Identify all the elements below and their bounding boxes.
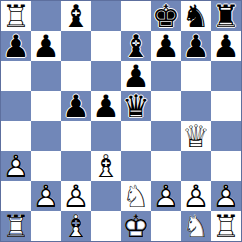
square-e7[interactable]: ♝ [121,31,151,61]
black-pawn-glyph: ♟ [1,31,31,61]
square-h5[interactable] [211,91,241,121]
square-d5[interactable]: ♟ [91,91,121,121]
white-rook[interactable]: ♜♖ [1,1,31,31]
square-f2[interactable]: ♟♙ [151,181,181,211]
black-pawn[interactable]: ♟ [121,61,151,91]
black-king-glyph: ♚ [151,1,181,31]
white-rook[interactable]: ♜♖ [1,211,31,241]
black-bishop-glyph: ♝ [121,31,151,61]
square-h7[interactable]: ♟ [211,31,241,61]
square-g1[interactable]: ♞♘ [181,211,211,241]
black-pawn[interactable]: ♟ [1,31,31,61]
white-knight-outline-glyph: ♘ [121,181,151,211]
square-f7[interactable]: ♟ [151,31,181,61]
square-g3[interactable] [181,151,211,181]
square-e2[interactable]: ♞♘ [121,181,151,211]
square-a1[interactable]: ♜♖ [1,211,31,241]
square-d7[interactable] [91,31,121,61]
square-a6[interactable] [1,61,31,91]
square-d1[interactable] [91,211,121,241]
square-a4[interactable] [1,121,31,151]
square-e6[interactable]: ♟ [121,61,151,91]
white-pawn[interactable]: ♟♙ [211,181,241,211]
square-g4[interactable]: ♛♕ [181,121,211,151]
black-pawn[interactable]: ♟ [91,91,121,121]
square-e4[interactable] [121,121,151,151]
black-pawn[interactable]: ♟ [151,31,181,61]
black-king[interactable]: ♚ [151,1,181,31]
black-pawn-glyph: ♟ [121,61,151,91]
square-a8[interactable]: ♜♖ [1,1,31,31]
square-c7[interactable] [61,31,91,61]
square-e3[interactable] [121,151,151,181]
square-c3[interactable] [61,151,91,181]
square-g7[interactable]: ♟ [181,31,211,61]
white-knight[interactable]: ♞♘ [121,181,151,211]
square-g8[interactable]: ♞ [181,1,211,31]
square-f6[interactable] [151,61,181,91]
square-b3[interactable] [31,151,61,181]
white-queen[interactable]: ♛♕ [181,121,211,151]
black-pawn-glyph: ♟ [91,91,121,121]
black-knight[interactable]: ♞ [181,1,211,31]
black-knight-glyph: ♞ [181,1,211,31]
square-b4[interactable] [31,121,61,151]
square-b7[interactable]: ♟ [31,31,61,61]
white-bishop-outline-glyph: ♗ [61,211,91,241]
white-pawn[interactable]: ♟♙ [1,151,31,181]
black-queen[interactable]: ♛ [121,91,151,121]
black-bishop[interactable]: ♝ [61,1,91,31]
square-h3[interactable] [211,151,241,181]
square-c1[interactable]: ♝♗ [61,211,91,241]
square-b5[interactable] [31,91,61,121]
white-queen-outline-glyph: ♕ [181,121,211,151]
square-h4[interactable] [211,121,241,151]
black-bishop[interactable]: ♝ [121,31,151,61]
square-g6[interactable] [181,61,211,91]
white-king-outline-glyph: ♔ [121,211,151,241]
chess-board: ♜♖♝♚♞♜♟♟♝♟♟♟♟♟♟♛♛♕♟♙♝♗♟♙♟♙♞♘♟♙♟♙♟♙♜♖♝♗♚♔… [0,0,242,242]
square-b6[interactable] [31,61,61,91]
white-rook-outline-glyph: ♖ [1,1,31,31]
square-d2[interactable] [91,181,121,211]
black-pawn[interactable]: ♟ [181,31,211,61]
square-c4[interactable] [61,121,91,151]
white-pawn[interactable]: ♟♙ [151,181,181,211]
square-a3[interactable]: ♟♙ [1,151,31,181]
square-d8[interactable] [91,1,121,31]
square-f5[interactable] [151,91,181,121]
square-d6[interactable] [91,61,121,91]
square-a5[interactable] [1,91,31,121]
square-e8[interactable] [121,1,151,31]
square-c2[interactable]: ♟♙ [61,181,91,211]
white-king[interactable]: ♚♔ [121,211,151,241]
square-h6[interactable] [211,61,241,91]
white-knight[interactable]: ♞♘ [181,211,211,241]
white-pawn-outline-glyph: ♙ [211,181,241,211]
square-d4[interactable] [91,121,121,151]
white-pawn-outline-glyph: ♙ [151,181,181,211]
square-b1[interactable] [31,211,61,241]
black-pawn-glyph: ♟ [151,31,181,61]
black-queen-glyph: ♛ [121,91,151,121]
square-f1[interactable] [151,211,181,241]
square-a7[interactable]: ♟ [1,31,31,61]
square-c6[interactable] [61,61,91,91]
white-knight-outline-glyph: ♘ [181,211,211,241]
square-g5[interactable] [181,91,211,121]
square-h8[interactable]: ♜ [211,1,241,31]
black-pawn[interactable]: ♟ [61,91,91,121]
white-rook-outline-glyph: ♖ [1,211,31,241]
square-c5[interactable]: ♟ [61,91,91,121]
square-h1[interactable]: ♜♖ [211,211,241,241]
black-pawn-glyph: ♟ [211,31,241,61]
square-d3[interactable]: ♝♗ [91,151,121,181]
white-bishop[interactable]: ♝♗ [61,211,91,241]
square-b2[interactable]: ♟♙ [31,181,61,211]
white-bishop-outline-glyph: ♗ [91,151,121,181]
white-pawn-outline-glyph: ♙ [31,181,61,211]
black-pawn-glyph: ♟ [181,31,211,61]
square-h2[interactable]: ♟♙ [211,181,241,211]
square-b8[interactable] [31,1,61,31]
black-pawn-glyph: ♟ [61,91,91,121]
chess-board-container: ♜♖♝♚♞♜♟♟♝♟♟♟♟♟♟♛♛♕♟♙♝♗♟♙♟♙♞♘♟♙♟♙♟♙♜♖♝♗♚♔… [0,0,242,242]
white-pawn-outline-glyph: ♙ [61,181,91,211]
white-pawn-outline-glyph: ♙ [181,181,211,211]
square-g2[interactable]: ♟♙ [181,181,211,211]
white-rook-outline-glyph: ♖ [211,211,241,241]
white-pawn[interactable]: ♟♙ [61,181,91,211]
black-pawn[interactable]: ♟ [211,31,241,61]
white-pawn-outline-glyph: ♙ [1,151,31,181]
black-rook-glyph: ♜ [211,1,241,31]
white-pawn[interactable]: ♟♙ [181,181,211,211]
square-f4[interactable] [151,121,181,151]
square-f8[interactable]: ♚ [151,1,181,31]
square-e1[interactable]: ♚♔ [121,211,151,241]
white-pawn[interactable]: ♟♙ [31,181,61,211]
white-rook[interactable]: ♜♖ [211,211,241,241]
square-a2[interactable] [1,181,31,211]
black-pawn[interactable]: ♟ [31,31,61,61]
square-e5[interactable]: ♛ [121,91,151,121]
square-c8[interactable]: ♝ [61,1,91,31]
black-rook[interactable]: ♜ [211,1,241,31]
square-f3[interactable] [151,151,181,181]
white-bishop[interactable]: ♝♗ [91,151,121,181]
black-bishop-glyph: ♝ [61,1,91,31]
black-pawn-glyph: ♟ [31,31,61,61]
